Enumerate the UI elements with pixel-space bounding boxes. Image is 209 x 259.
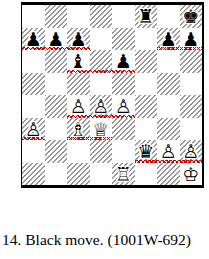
square-h3 <box>180 118 203 141</box>
square-e8 <box>112 5 135 28</box>
piece-black-queen: ♛ <box>137 140 154 162</box>
square-a5 <box>22 73 45 96</box>
piece-black-pawn: ♟ <box>160 28 177 50</box>
square-c5 <box>67 73 90 96</box>
piece-white-king: ♔ <box>182 163 199 185</box>
square-d5 <box>90 73 113 96</box>
square-a6 <box>22 50 45 73</box>
square-a4 <box>22 95 45 118</box>
piece-black-pawn: ♟ <box>47 28 64 50</box>
square-g6 <box>157 50 180 73</box>
square-b3 <box>45 118 68 141</box>
square-h7: ♟ <box>180 28 203 51</box>
square-d7 <box>90 28 113 51</box>
chess-diagram: ♜♚♟♟♟♟♟♝♟♙♙♙♙♗♕♛♙♙♖♔ <box>21 2 204 188</box>
square-c1 <box>67 163 90 186</box>
square-h8: ♚ <box>180 5 203 28</box>
square-a8 <box>22 5 45 28</box>
piece-white-rook: ♖ <box>115 163 132 185</box>
square-f4 <box>135 95 158 118</box>
square-f7 <box>135 28 158 51</box>
square-d8 <box>90 5 113 28</box>
square-b7: ♟ <box>45 28 68 51</box>
square-h2: ♙ <box>180 140 203 163</box>
square-h6 <box>180 50 203 73</box>
piece-white-queen: ♕ <box>92 118 109 140</box>
square-g7: ♟ <box>157 28 180 51</box>
square-a3: ♙ <box>22 118 45 141</box>
square-c6: ♝ <box>67 50 90 73</box>
square-c8 <box>67 5 90 28</box>
square-e7 <box>112 28 135 51</box>
piece-black-king: ♚ <box>182 5 199 27</box>
piece-black-pawn: ♟ <box>182 28 199 50</box>
piece-white-pawn: ♙ <box>182 140 199 162</box>
square-f2: ♛ <box>135 140 158 163</box>
square-b5 <box>45 73 68 96</box>
square-d4: ♙ <box>90 95 113 118</box>
square-f1 <box>135 163 158 186</box>
square-b6 <box>45 50 68 73</box>
square-h4 <box>180 95 203 118</box>
piece-white-pawn: ♙ <box>25 118 42 140</box>
square-f3 <box>135 118 158 141</box>
square-f5 <box>135 73 158 96</box>
square-a2 <box>22 140 45 163</box>
square-b1 <box>45 163 68 186</box>
piece-black-bishop: ♝ <box>70 50 87 72</box>
square-d1 <box>90 163 113 186</box>
square-e5 <box>112 73 135 96</box>
square-c2 <box>67 140 90 163</box>
square-f8: ♜ <box>135 5 158 28</box>
square-b2 <box>45 140 68 163</box>
piece-black-pawn: ♟ <box>115 50 132 72</box>
piece-black-pawn: ♟ <box>70 28 87 50</box>
square-e2 <box>112 140 135 163</box>
square-e3 <box>112 118 135 141</box>
square-f6 <box>135 50 158 73</box>
square-g5 <box>157 73 180 96</box>
square-c3: ♗ <box>67 118 90 141</box>
piece-white-pawn: ♙ <box>70 95 87 117</box>
square-b8 <box>45 5 68 28</box>
square-c4: ♙ <box>67 95 90 118</box>
piece-black-pawn: ♟ <box>25 28 42 50</box>
square-g1 <box>157 163 180 186</box>
square-a7: ♟ <box>22 28 45 51</box>
chess-board: ♜♚♟♟♟♟♟♝♟♙♙♙♙♗♕♛♙♙♖♔ <box>21 2 204 188</box>
square-g2: ♙ <box>157 140 180 163</box>
square-d6 <box>90 50 113 73</box>
piece-white-pawn: ♙ <box>92 95 109 117</box>
square-b4 <box>45 95 68 118</box>
piece-white-pawn: ♙ <box>160 140 177 162</box>
diagram-caption: 14. Black move. (1001W-692) <box>2 231 191 249</box>
piece-white-bishop: ♗ <box>70 118 87 140</box>
square-e1: ♖ <box>112 163 135 186</box>
square-d3: ♕ <box>90 118 113 141</box>
square-e6: ♟ <box>112 50 135 73</box>
square-c7: ♟ <box>67 28 90 51</box>
square-e4: ♙ <box>112 95 135 118</box>
piece-white-pawn: ♙ <box>115 95 132 117</box>
square-h5 <box>180 73 203 96</box>
square-g3 <box>157 118 180 141</box>
square-g4 <box>157 95 180 118</box>
square-g8 <box>157 5 180 28</box>
square-a1 <box>22 163 45 186</box>
square-d2 <box>90 140 113 163</box>
piece-black-rook: ♜ <box>137 5 154 27</box>
square-h1: ♔ <box>180 163 203 186</box>
